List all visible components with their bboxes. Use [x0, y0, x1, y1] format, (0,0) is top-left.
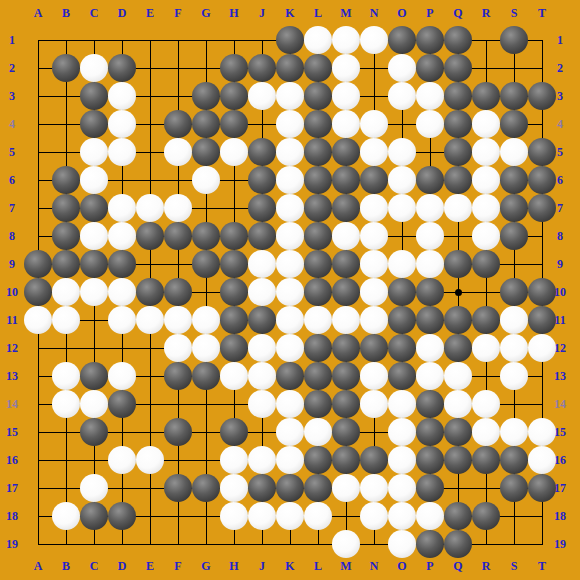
intersection-P6[interactable] — [416, 166, 444, 194]
intersection-O15[interactable] — [388, 418, 416, 446]
intersection-A12[interactable] — [24, 334, 52, 362]
intersection-C19[interactable] — [80, 530, 108, 558]
intersection-F15[interactable] — [164, 418, 192, 446]
intersection-K9[interactable] — [276, 250, 304, 278]
intersection-F17[interactable] — [164, 474, 192, 502]
intersection-A8[interactable] — [24, 222, 52, 250]
intersection-D10[interactable] — [108, 278, 136, 306]
intersection-P19[interactable] — [416, 530, 444, 558]
intersection-P7[interactable] — [416, 194, 444, 222]
intersection-D6[interactable] — [108, 166, 136, 194]
intersection-G13[interactable] — [192, 362, 220, 390]
intersection-L19[interactable] — [304, 530, 332, 558]
intersection-R18[interactable] — [472, 502, 500, 530]
intersection-R5[interactable] — [472, 138, 500, 166]
intersection-E8[interactable] — [136, 222, 164, 250]
intersection-B18[interactable] — [52, 502, 80, 530]
intersection-J12[interactable] — [248, 334, 276, 362]
intersection-P4[interactable] — [416, 110, 444, 138]
intersection-C4[interactable] — [80, 110, 108, 138]
intersection-G18[interactable] — [192, 502, 220, 530]
intersection-S18[interactable] — [500, 502, 528, 530]
intersection-N12[interactable] — [360, 334, 388, 362]
intersection-N17[interactable] — [360, 474, 388, 502]
intersection-J14[interactable] — [248, 390, 276, 418]
intersection-O3[interactable] — [388, 82, 416, 110]
intersection-D19[interactable] — [108, 530, 136, 558]
intersection-R17[interactable] — [472, 474, 500, 502]
intersection-A4[interactable] — [24, 110, 52, 138]
intersection-N19[interactable] — [360, 530, 388, 558]
intersection-K10[interactable] — [276, 278, 304, 306]
intersection-H6[interactable] — [220, 166, 248, 194]
intersection-J6[interactable] — [248, 166, 276, 194]
intersection-A16[interactable] — [24, 446, 52, 474]
intersection-B6[interactable] — [52, 166, 80, 194]
intersection-T17[interactable] — [528, 474, 556, 502]
intersection-T1[interactable] — [528, 26, 556, 54]
intersection-A2[interactable] — [24, 54, 52, 82]
intersection-D13[interactable] — [108, 362, 136, 390]
intersection-R8[interactable] — [472, 222, 500, 250]
intersection-N10[interactable] — [360, 278, 388, 306]
intersection-O6[interactable] — [388, 166, 416, 194]
intersection-G1[interactable] — [192, 26, 220, 54]
intersection-Q14[interactable] — [444, 390, 472, 418]
intersection-Q5[interactable] — [444, 138, 472, 166]
intersection-F18[interactable] — [164, 502, 192, 530]
intersection-T18[interactable] — [528, 502, 556, 530]
intersection-P9[interactable] — [416, 250, 444, 278]
intersection-O16[interactable] — [388, 446, 416, 474]
intersection-A1[interactable] — [24, 26, 52, 54]
intersection-K13[interactable] — [276, 362, 304, 390]
intersection-K3[interactable] — [276, 82, 304, 110]
intersection-B13[interactable] — [52, 362, 80, 390]
intersection-R10[interactable] — [472, 278, 500, 306]
intersection-Q12[interactable] — [444, 334, 472, 362]
intersection-Q19[interactable] — [444, 530, 472, 558]
intersection-M18[interactable] — [332, 502, 360, 530]
intersection-A9[interactable] — [24, 250, 52, 278]
intersection-G8[interactable] — [192, 222, 220, 250]
intersection-H1[interactable] — [220, 26, 248, 54]
intersection-T10[interactable] — [528, 278, 556, 306]
intersection-D15[interactable] — [108, 418, 136, 446]
intersection-K6[interactable] — [276, 166, 304, 194]
intersection-D14[interactable] — [108, 390, 136, 418]
intersection-F11[interactable] — [164, 306, 192, 334]
intersection-C5[interactable] — [80, 138, 108, 166]
intersection-D17[interactable] — [108, 474, 136, 502]
intersection-H5[interactable] — [220, 138, 248, 166]
intersection-E6[interactable] — [136, 166, 164, 194]
intersection-J10[interactable] — [248, 278, 276, 306]
intersection-A15[interactable] — [24, 418, 52, 446]
intersection-J2[interactable] — [248, 54, 276, 82]
intersection-B12[interactable] — [52, 334, 80, 362]
intersection-C1[interactable] — [80, 26, 108, 54]
intersection-O1[interactable] — [388, 26, 416, 54]
intersection-T7[interactable] — [528, 194, 556, 222]
intersection-A19[interactable] — [24, 530, 52, 558]
intersection-F7[interactable] — [164, 194, 192, 222]
intersection-F13[interactable] — [164, 362, 192, 390]
intersection-F16[interactable] — [164, 446, 192, 474]
intersection-H17[interactable] — [220, 474, 248, 502]
intersection-T15[interactable] — [528, 418, 556, 446]
intersection-J5[interactable] — [248, 138, 276, 166]
intersection-N3[interactable] — [360, 82, 388, 110]
intersection-J17[interactable] — [248, 474, 276, 502]
intersection-S10[interactable] — [500, 278, 528, 306]
intersection-O17[interactable] — [388, 474, 416, 502]
intersection-B17[interactable] — [52, 474, 80, 502]
intersection-S15[interactable] — [500, 418, 528, 446]
intersection-S11[interactable] — [500, 306, 528, 334]
intersection-C13[interactable] — [80, 362, 108, 390]
intersection-E1[interactable] — [136, 26, 164, 54]
intersection-O5[interactable] — [388, 138, 416, 166]
intersection-G4[interactable] — [192, 110, 220, 138]
intersection-M16[interactable] — [332, 446, 360, 474]
intersection-L7[interactable] — [304, 194, 332, 222]
intersection-F5[interactable] — [164, 138, 192, 166]
intersection-J15[interactable] — [248, 418, 276, 446]
intersection-A18[interactable] — [24, 502, 52, 530]
intersection-R2[interactable] — [472, 54, 500, 82]
intersection-F14[interactable] — [164, 390, 192, 418]
intersection-P1[interactable] — [416, 26, 444, 54]
intersection-Q15[interactable] — [444, 418, 472, 446]
intersection-K11[interactable] — [276, 306, 304, 334]
intersection-C8[interactable] — [80, 222, 108, 250]
intersection-R13[interactable] — [472, 362, 500, 390]
intersection-D12[interactable] — [108, 334, 136, 362]
intersection-B4[interactable] — [52, 110, 80, 138]
intersection-Q16[interactable] — [444, 446, 472, 474]
intersection-P5[interactable] — [416, 138, 444, 166]
intersection-K18[interactable] — [276, 502, 304, 530]
intersection-P3[interactable] — [416, 82, 444, 110]
intersection-A10[interactable] — [24, 278, 52, 306]
intersection-E17[interactable] — [136, 474, 164, 502]
intersection-M12[interactable] — [332, 334, 360, 362]
intersection-L3[interactable] — [304, 82, 332, 110]
intersection-G12[interactable] — [192, 334, 220, 362]
intersection-S1[interactable] — [500, 26, 528, 54]
intersection-Q2[interactable] — [444, 54, 472, 82]
intersection-A7[interactable] — [24, 194, 52, 222]
intersection-C15[interactable] — [80, 418, 108, 446]
intersection-M5[interactable] — [332, 138, 360, 166]
intersection-J4[interactable] — [248, 110, 276, 138]
intersection-L5[interactable] — [304, 138, 332, 166]
intersection-S4[interactable] — [500, 110, 528, 138]
intersection-R19[interactable] — [472, 530, 500, 558]
intersection-N9[interactable] — [360, 250, 388, 278]
intersection-J16[interactable] — [248, 446, 276, 474]
intersection-K8[interactable] — [276, 222, 304, 250]
intersection-R1[interactable] — [472, 26, 500, 54]
intersection-Q18[interactable] — [444, 502, 472, 530]
intersection-G11[interactable] — [192, 306, 220, 334]
intersection-S2[interactable] — [500, 54, 528, 82]
intersection-E18[interactable] — [136, 502, 164, 530]
intersection-Q17[interactable] — [444, 474, 472, 502]
intersection-S17[interactable] — [500, 474, 528, 502]
intersection-E19[interactable] — [136, 530, 164, 558]
intersection-J11[interactable] — [248, 306, 276, 334]
intersection-M7[interactable] — [332, 194, 360, 222]
intersection-B8[interactable] — [52, 222, 80, 250]
intersection-M17[interactable] — [332, 474, 360, 502]
intersection-P17[interactable] — [416, 474, 444, 502]
intersection-O12[interactable] — [388, 334, 416, 362]
intersection-K7[interactable] — [276, 194, 304, 222]
intersection-L1[interactable] — [304, 26, 332, 54]
intersection-P12[interactable] — [416, 334, 444, 362]
intersection-F8[interactable] — [164, 222, 192, 250]
intersection-L11[interactable] — [304, 306, 332, 334]
intersection-C2[interactable] — [80, 54, 108, 82]
intersection-H3[interactable] — [220, 82, 248, 110]
intersection-T11[interactable] — [528, 306, 556, 334]
intersection-Q9[interactable] — [444, 250, 472, 278]
intersection-R9[interactable] — [472, 250, 500, 278]
intersection-J1[interactable] — [248, 26, 276, 54]
intersection-G15[interactable] — [192, 418, 220, 446]
intersection-C11[interactable] — [80, 306, 108, 334]
intersection-C6[interactable] — [80, 166, 108, 194]
intersection-C10[interactable] — [80, 278, 108, 306]
intersection-P2[interactable] — [416, 54, 444, 82]
intersection-R4[interactable] — [472, 110, 500, 138]
intersection-B19[interactable] — [52, 530, 80, 558]
intersection-G14[interactable] — [192, 390, 220, 418]
intersection-C16[interactable] — [80, 446, 108, 474]
intersection-J18[interactable] — [248, 502, 276, 530]
intersection-K15[interactable] — [276, 418, 304, 446]
intersection-S8[interactable] — [500, 222, 528, 250]
intersection-Q13[interactable] — [444, 362, 472, 390]
intersection-E7[interactable] — [136, 194, 164, 222]
intersection-N7[interactable] — [360, 194, 388, 222]
intersection-N1[interactable] — [360, 26, 388, 54]
intersection-E3[interactable] — [136, 82, 164, 110]
intersection-L10[interactable] — [304, 278, 332, 306]
intersection-D16[interactable] — [108, 446, 136, 474]
intersection-L8[interactable] — [304, 222, 332, 250]
intersection-C7[interactable] — [80, 194, 108, 222]
intersection-D7[interactable] — [108, 194, 136, 222]
intersection-S13[interactable] — [500, 362, 528, 390]
intersection-M6[interactable] — [332, 166, 360, 194]
intersection-C3[interactable] — [80, 82, 108, 110]
intersection-O7[interactable] — [388, 194, 416, 222]
intersection-F10[interactable] — [164, 278, 192, 306]
intersection-M1[interactable] — [332, 26, 360, 54]
intersection-G17[interactable] — [192, 474, 220, 502]
intersection-D8[interactable] — [108, 222, 136, 250]
intersection-K17[interactable] — [276, 474, 304, 502]
intersection-G10[interactable] — [192, 278, 220, 306]
intersection-G7[interactable] — [192, 194, 220, 222]
intersection-L9[interactable] — [304, 250, 332, 278]
intersection-G2[interactable] — [192, 54, 220, 82]
intersection-O10[interactable] — [388, 278, 416, 306]
intersection-H11[interactable] — [220, 306, 248, 334]
intersection-N18[interactable] — [360, 502, 388, 530]
intersection-K2[interactable] — [276, 54, 304, 82]
intersection-F4[interactable] — [164, 110, 192, 138]
intersection-D3[interactable] — [108, 82, 136, 110]
intersection-S12[interactable] — [500, 334, 528, 362]
intersection-E11[interactable] — [136, 306, 164, 334]
intersection-O11[interactable] — [388, 306, 416, 334]
intersection-O19[interactable] — [388, 530, 416, 558]
intersection-O9[interactable] — [388, 250, 416, 278]
intersection-T5[interactable] — [528, 138, 556, 166]
intersection-T8[interactable] — [528, 222, 556, 250]
intersection-T6[interactable] — [528, 166, 556, 194]
intersection-H4[interactable] — [220, 110, 248, 138]
intersection-L17[interactable] — [304, 474, 332, 502]
intersection-K4[interactable] — [276, 110, 304, 138]
intersection-M11[interactable] — [332, 306, 360, 334]
intersection-A17[interactable] — [24, 474, 52, 502]
intersection-N16[interactable] — [360, 446, 388, 474]
intersection-B9[interactable] — [52, 250, 80, 278]
intersection-H12[interactable] — [220, 334, 248, 362]
intersection-E9[interactable] — [136, 250, 164, 278]
intersection-G6[interactable] — [192, 166, 220, 194]
intersection-E10[interactable] — [136, 278, 164, 306]
intersection-H10[interactable] — [220, 278, 248, 306]
intersection-N13[interactable] — [360, 362, 388, 390]
intersection-T3[interactable] — [528, 82, 556, 110]
intersection-B7[interactable] — [52, 194, 80, 222]
intersection-C17[interactable] — [80, 474, 108, 502]
intersection-H13[interactable] — [220, 362, 248, 390]
intersection-Q1[interactable] — [444, 26, 472, 54]
intersection-B15[interactable] — [52, 418, 80, 446]
intersection-A14[interactable] — [24, 390, 52, 418]
intersection-H2[interactable] — [220, 54, 248, 82]
intersection-H8[interactable] — [220, 222, 248, 250]
intersection-M10[interactable] — [332, 278, 360, 306]
intersection-R6[interactable] — [472, 166, 500, 194]
intersection-P8[interactable] — [416, 222, 444, 250]
intersection-B5[interactable] — [52, 138, 80, 166]
intersection-J7[interactable] — [248, 194, 276, 222]
intersection-Q6[interactable] — [444, 166, 472, 194]
intersection-Q3[interactable] — [444, 82, 472, 110]
intersection-F2[interactable] — [164, 54, 192, 82]
intersection-E16[interactable] — [136, 446, 164, 474]
intersection-Q8[interactable] — [444, 222, 472, 250]
intersection-N5[interactable] — [360, 138, 388, 166]
intersection-N15[interactable] — [360, 418, 388, 446]
intersection-E2[interactable] — [136, 54, 164, 82]
intersection-Q7[interactable] — [444, 194, 472, 222]
intersection-O14[interactable] — [388, 390, 416, 418]
intersection-B2[interactable] — [52, 54, 80, 82]
intersection-M4[interactable] — [332, 110, 360, 138]
intersection-B1[interactable] — [52, 26, 80, 54]
intersection-C9[interactable] — [80, 250, 108, 278]
intersection-L12[interactable] — [304, 334, 332, 362]
intersection-P15[interactable] — [416, 418, 444, 446]
intersection-H15[interactable] — [220, 418, 248, 446]
intersection-O18[interactable] — [388, 502, 416, 530]
intersection-H7[interactable] — [220, 194, 248, 222]
intersection-O4[interactable] — [388, 110, 416, 138]
intersection-Q11[interactable] — [444, 306, 472, 334]
intersection-P13[interactable] — [416, 362, 444, 390]
intersection-M9[interactable] — [332, 250, 360, 278]
intersection-R3[interactable] — [472, 82, 500, 110]
intersection-F9[interactable] — [164, 250, 192, 278]
intersection-S9[interactable] — [500, 250, 528, 278]
intersection-K12[interactable] — [276, 334, 304, 362]
intersection-H18[interactable] — [220, 502, 248, 530]
intersection-B14[interactable] — [52, 390, 80, 418]
intersection-J19[interactable] — [248, 530, 276, 558]
intersection-N11[interactable] — [360, 306, 388, 334]
intersection-C14[interactable] — [80, 390, 108, 418]
intersection-T14[interactable] — [528, 390, 556, 418]
intersection-P16[interactable] — [416, 446, 444, 474]
intersection-L15[interactable] — [304, 418, 332, 446]
intersection-A3[interactable] — [24, 82, 52, 110]
intersection-J13[interactable] — [248, 362, 276, 390]
intersection-M19[interactable] — [332, 530, 360, 558]
intersection-C18[interactable] — [80, 502, 108, 530]
intersection-B16[interactable] — [52, 446, 80, 474]
intersection-T9[interactable] — [528, 250, 556, 278]
intersection-S5[interactable] — [500, 138, 528, 166]
intersection-D2[interactable] — [108, 54, 136, 82]
intersection-A5[interactable] — [24, 138, 52, 166]
intersection-N4[interactable] — [360, 110, 388, 138]
intersection-S16[interactable] — [500, 446, 528, 474]
intersection-H14[interactable] — [220, 390, 248, 418]
intersection-R12[interactable] — [472, 334, 500, 362]
intersection-M8[interactable] — [332, 222, 360, 250]
intersection-B10[interactable] — [52, 278, 80, 306]
intersection-C12[interactable] — [80, 334, 108, 362]
intersection-L2[interactable] — [304, 54, 332, 82]
intersection-K19[interactable] — [276, 530, 304, 558]
intersection-E12[interactable] — [136, 334, 164, 362]
intersection-S19[interactable] — [500, 530, 528, 558]
intersection-L13[interactable] — [304, 362, 332, 390]
intersection-E13[interactable] — [136, 362, 164, 390]
intersection-D9[interactable] — [108, 250, 136, 278]
intersection-O2[interactable] — [388, 54, 416, 82]
intersection-T12[interactable] — [528, 334, 556, 362]
intersection-M14[interactable] — [332, 390, 360, 418]
intersection-M3[interactable] — [332, 82, 360, 110]
intersection-L18[interactable] — [304, 502, 332, 530]
intersection-T13[interactable] — [528, 362, 556, 390]
intersection-T2[interactable] — [528, 54, 556, 82]
intersection-O8[interactable] — [388, 222, 416, 250]
intersection-R16[interactable] — [472, 446, 500, 474]
intersection-E15[interactable] — [136, 418, 164, 446]
intersection-R11[interactable] — [472, 306, 500, 334]
